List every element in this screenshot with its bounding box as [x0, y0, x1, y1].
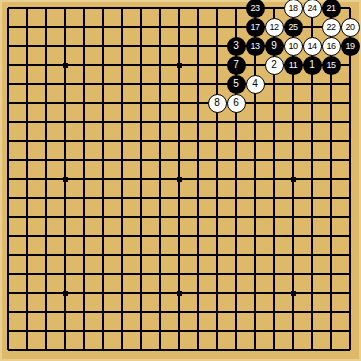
stone-black-15[interactable]: 15	[322, 56, 341, 75]
stone-black-11[interactable]: 11	[284, 56, 303, 75]
stone-black-21[interactable]: 21	[322, 0, 341, 18]
stone-black-7[interactable]: 7	[227, 56, 246, 75]
go-board[interactable]: 1234567891011121314151617181920212223242…	[0, 0, 361, 361]
stone-black-3[interactable]: 3	[227, 37, 246, 56]
stone-black-25[interactable]: 25	[284, 18, 303, 37]
stone-white-18[interactable]: 18	[284, 0, 303, 18]
stone-white-20[interactable]: 20	[341, 18, 360, 37]
stone-black-23[interactable]: 23	[246, 0, 265, 18]
stones-layer: 1234567891011121314151617181920212223242…	[0, 0, 360, 360]
stone-white-16[interactable]: 16	[322, 37, 341, 56]
stone-white-8[interactable]: 8	[208, 94, 227, 113]
stone-white-2[interactable]: 2	[265, 56, 284, 75]
stone-white-10[interactable]: 10	[284, 37, 303, 56]
stone-white-4[interactable]: 4	[246, 75, 265, 94]
stone-white-6[interactable]: 6	[227, 94, 246, 113]
stone-black-19[interactable]: 19	[341, 37, 360, 56]
stone-black-1[interactable]: 1	[303, 56, 322, 75]
stone-black-17[interactable]: 17	[246, 18, 265, 37]
stone-white-24[interactable]: 24	[303, 0, 322, 18]
stone-black-13[interactable]: 13	[246, 37, 265, 56]
stone-black-5[interactable]: 5	[227, 75, 246, 94]
stone-white-22[interactable]: 22	[322, 18, 341, 37]
stone-white-12[interactable]: 12	[265, 18, 284, 37]
stone-black-9[interactable]: 9	[265, 37, 284, 56]
stone-white-14[interactable]: 14	[303, 37, 322, 56]
